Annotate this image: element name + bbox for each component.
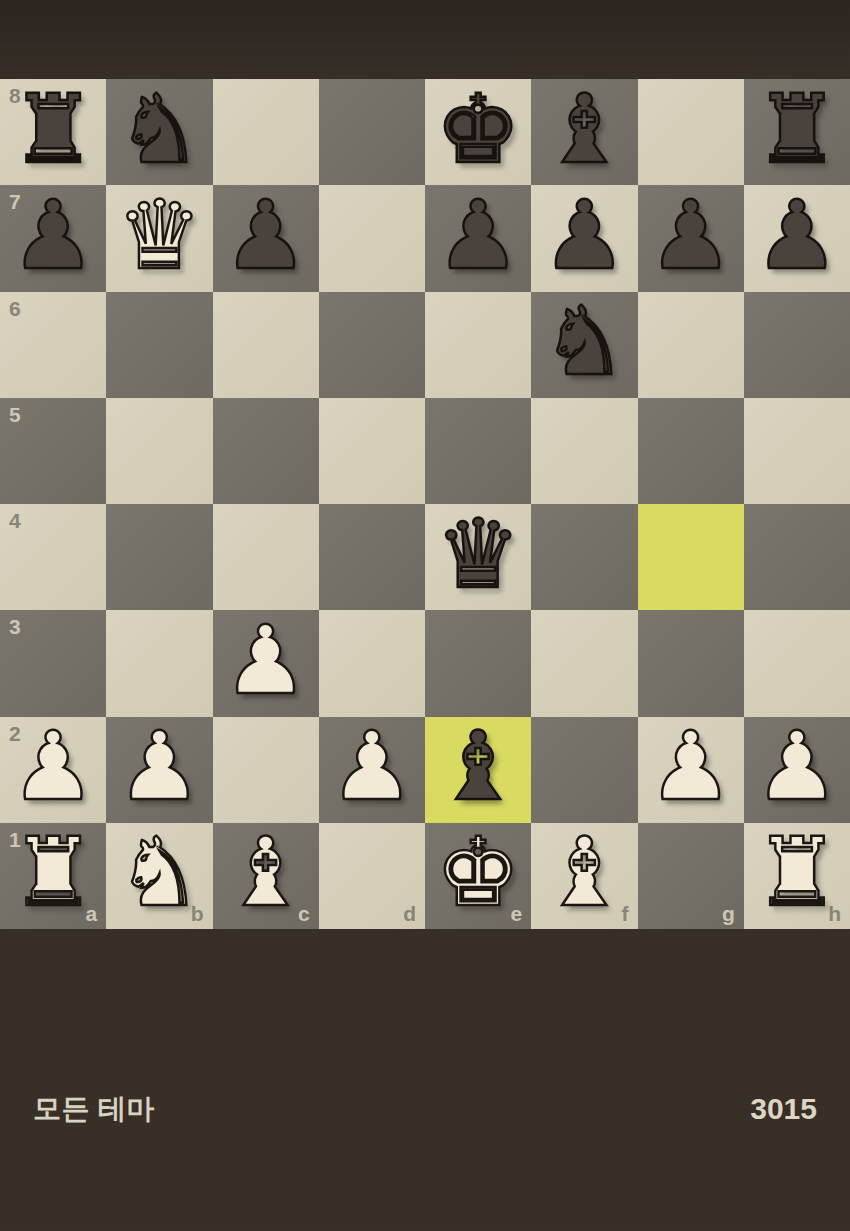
square-d7[interactable]	[319, 185, 425, 291]
black-bishop-f8[interactable]: ♝	[531, 79, 637, 185]
square-h4[interactable]	[744, 504, 850, 610]
white-king-e1[interactable]: ♚	[425, 823, 531, 929]
square-d2[interactable]: ♟	[319, 717, 425, 823]
square-c6[interactable]	[213, 292, 319, 398]
square-f5[interactable]	[531, 398, 637, 504]
black-rook-h8[interactable]: ♜	[744, 79, 850, 185]
square-c3[interactable]: ♟	[213, 610, 319, 716]
square-h6[interactable]	[744, 292, 850, 398]
white-pawn-b2[interactable]: ♟	[106, 717, 212, 823]
square-d6[interactable]	[319, 292, 425, 398]
square-f8[interactable]: ♝	[531, 79, 637, 185]
black-pawn-e7[interactable]: ♟	[425, 185, 531, 291]
rank-label-5: 5	[9, 403, 21, 427]
theme-label: 모든 테마	[33, 1090, 155, 1128]
square-g7[interactable]: ♟	[638, 185, 744, 291]
black-knight-b8[interactable]: ♞	[106, 79, 212, 185]
square-h1[interactable]: h♜	[744, 823, 850, 929]
square-f2[interactable]	[531, 717, 637, 823]
square-e2[interactable]: ♝	[425, 717, 531, 823]
square-c4[interactable]	[213, 504, 319, 610]
square-h7[interactable]: ♟	[744, 185, 850, 291]
square-c2[interactable]	[213, 717, 319, 823]
white-pawn-h2[interactable]: ♟	[744, 717, 850, 823]
square-b2[interactable]: ♟	[106, 717, 212, 823]
puzzle-rating: 3015	[750, 1092, 817, 1126]
square-a6[interactable]: 6	[0, 292, 106, 398]
white-pawn-c3[interactable]: ♟	[213, 610, 319, 716]
black-king-e8[interactable]: ♚	[425, 79, 531, 185]
white-queen-b7[interactable]: ♛	[106, 185, 212, 291]
file-label-d: d	[403, 902, 416, 926]
white-rook-h1[interactable]: ♜	[744, 823, 850, 929]
black-queen-e4[interactable]: ♛	[425, 504, 531, 610]
square-h8[interactable]: ♜	[744, 79, 850, 185]
square-e7[interactable]: ♟	[425, 185, 531, 291]
black-pawn-c7[interactable]: ♟	[213, 185, 319, 291]
white-rook-a1[interactable]: ♜	[0, 823, 106, 929]
square-f4[interactable]	[531, 504, 637, 610]
square-h3[interactable]	[744, 610, 850, 716]
chess-board: 8♜♞♚♝♜7♟♛♟♟♟♟♟6♞54♛3♟2♟♟♟♝♟♟1a♜b♞c♝de♚f♝…	[0, 79, 850, 929]
black-pawn-a7[interactable]: ♟	[0, 185, 106, 291]
square-a2[interactable]: 2♟	[0, 717, 106, 823]
square-b4[interactable]	[106, 504, 212, 610]
square-d5[interactable]	[319, 398, 425, 504]
square-b8[interactable]: ♞	[106, 79, 212, 185]
square-b6[interactable]	[106, 292, 212, 398]
square-g3[interactable]	[638, 610, 744, 716]
white-pawn-a2[interactable]: ♟	[0, 717, 106, 823]
square-d4[interactable]	[319, 504, 425, 610]
square-f3[interactable]	[531, 610, 637, 716]
square-e4[interactable]: ♛	[425, 504, 531, 610]
square-h2[interactable]: ♟	[744, 717, 850, 823]
square-g4[interactable]	[638, 504, 744, 610]
black-bishop-e2[interactable]: ♝	[425, 717, 531, 823]
white-bishop-c1[interactable]: ♝	[213, 823, 319, 929]
black-pawn-f7[interactable]: ♟	[531, 185, 637, 291]
square-g1[interactable]: g	[638, 823, 744, 929]
square-c7[interactable]: ♟	[213, 185, 319, 291]
rank-label-4: 4	[9, 509, 21, 533]
square-h5[interactable]	[744, 398, 850, 504]
black-pawn-g7[interactable]: ♟	[638, 185, 744, 291]
square-a8[interactable]: 8♜	[0, 79, 106, 185]
square-e6[interactable]	[425, 292, 531, 398]
square-c8[interactable]	[213, 79, 319, 185]
white-bishop-f1[interactable]: ♝	[531, 823, 637, 929]
white-pawn-g2[interactable]: ♟	[638, 717, 744, 823]
file-label-g: g	[722, 902, 735, 926]
white-knight-b1[interactable]: ♞	[106, 823, 212, 929]
square-b3[interactable]	[106, 610, 212, 716]
square-c1[interactable]: c♝	[213, 823, 319, 929]
chess-app-screen: 8♜♞♚♝♜7♟♛♟♟♟♟♟6♞54♛3♟2♟♟♟♝♟♟1a♜b♞c♝de♚f♝…	[0, 0, 850, 1231]
square-a7[interactable]: 7♟	[0, 185, 106, 291]
black-pawn-h7[interactable]: ♟	[744, 185, 850, 291]
square-g5[interactable]	[638, 398, 744, 504]
square-e3[interactable]	[425, 610, 531, 716]
square-a4[interactable]: 4	[0, 504, 106, 610]
square-f6[interactable]: ♞	[531, 292, 637, 398]
square-a3[interactable]: 3	[0, 610, 106, 716]
square-a5[interactable]: 5	[0, 398, 106, 504]
square-d1[interactable]: d	[319, 823, 425, 929]
square-b5[interactable]	[106, 398, 212, 504]
square-b1[interactable]: b♞	[106, 823, 212, 929]
square-f7[interactable]: ♟	[531, 185, 637, 291]
square-a1[interactable]: 1a♜	[0, 823, 106, 929]
square-f1[interactable]: f♝	[531, 823, 637, 929]
square-g6[interactable]	[638, 292, 744, 398]
square-b7[interactable]: ♛	[106, 185, 212, 291]
square-g8[interactable]	[638, 79, 744, 185]
square-d8[interactable]	[319, 79, 425, 185]
square-g2[interactable]: ♟	[638, 717, 744, 823]
black-knight-f6[interactable]: ♞	[531, 292, 637, 398]
square-c5[interactable]	[213, 398, 319, 504]
square-d3[interactable]	[319, 610, 425, 716]
footer-bar: 모든 테마 3015	[0, 1090, 850, 1128]
rank-label-6: 6	[9, 297, 21, 321]
square-e8[interactable]: ♚	[425, 79, 531, 185]
square-e5[interactable]	[425, 398, 531, 504]
rank-label-3: 3	[9, 615, 21, 639]
white-pawn-d2[interactable]: ♟	[319, 717, 425, 823]
black-rook-a8[interactable]: ♜	[0, 79, 106, 185]
square-e1[interactable]: e♚	[425, 823, 531, 929]
